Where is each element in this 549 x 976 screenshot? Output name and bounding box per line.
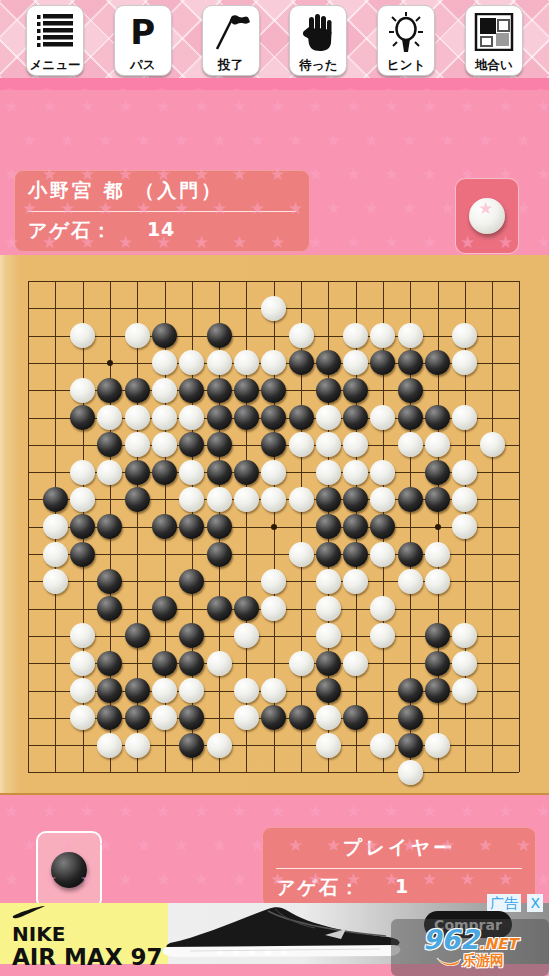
ad-shoe-image	[150, 899, 410, 965]
black-stone	[425, 350, 450, 375]
star-decoration: ★	[80, 801, 95, 821]
grid-line-vertical	[519, 281, 520, 772]
go-board[interactable]	[0, 255, 549, 795]
player-panel-divider	[276, 868, 522, 869]
star-decoration: ★	[4, 869, 19, 889]
star-decoration: ★	[232, 869, 247, 889]
star-decoration: ★	[536, 96, 549, 116]
black-stone	[234, 596, 259, 621]
white-stone	[289, 487, 314, 512]
opponent-white-stone	[469, 198, 505, 234]
star-decoration: ★	[288, 130, 303, 150]
star-decoration: ★	[80, 96, 95, 116]
black-stone	[234, 405, 259, 430]
star-decoration: ★	[384, 801, 399, 821]
white-stone	[452, 405, 477, 430]
star-decoration: ★	[308, 96, 323, 116]
white-stone	[207, 487, 232, 512]
star-decoration: ★	[270, 801, 285, 821]
white-stone	[370, 596, 395, 621]
white-stone	[207, 350, 232, 375]
black-stone	[207, 378, 232, 403]
black-stone	[425, 623, 450, 648]
black-stone	[398, 705, 423, 730]
ad-brand-panel: NIKE AIR MAX 97	[0, 903, 168, 964]
white-stone	[316, 432, 341, 457]
white-stone	[70, 705, 95, 730]
star-decoration: ★	[174, 835, 189, 855]
black-stone	[43, 487, 68, 512]
white-stone	[179, 460, 204, 485]
black-stone	[343, 542, 368, 567]
grid-line-vertical	[492, 281, 493, 772]
star-decoration: ★	[364, 130, 379, 150]
star-decoration: ★	[60, 130, 75, 150]
white-stone	[261, 569, 286, 594]
star-decoration: ★	[4, 96, 19, 116]
white-stone	[480, 432, 505, 457]
star-decoration: ★	[156, 869, 171, 889]
white-stone	[152, 432, 177, 457]
star-decoration: ★	[402, 198, 417, 218]
opponent-stone-tray	[455, 178, 519, 254]
black-stone	[152, 514, 177, 539]
black-stone	[152, 651, 177, 676]
black-stone	[425, 678, 450, 703]
black-stone	[179, 569, 204, 594]
black-stone	[179, 733, 204, 758]
star-point	[107, 360, 113, 366]
black-stone	[125, 623, 150, 648]
white-stone	[97, 405, 122, 430]
star-decoration: ★	[384, 96, 399, 116]
menu-button-label: メニュー	[30, 57, 81, 72]
white-stone	[70, 623, 95, 648]
white-stone	[70, 678, 95, 703]
white-stone	[425, 733, 450, 758]
white-stone	[425, 432, 450, 457]
black-stone	[316, 651, 341, 676]
opponent-panel: 小野宮 都 （入門） アゲ石： 14	[14, 170, 310, 252]
black-stone	[370, 514, 395, 539]
star-decoration: ★	[232, 96, 247, 116]
white-stone	[234, 623, 259, 648]
white-stone	[125, 323, 150, 348]
star-decoration: ★	[422, 232, 437, 252]
pass-icon: P	[115, 6, 171, 57]
star-decoration: ★	[250, 130, 265, 150]
star-decoration: ★	[384, 164, 399, 184]
black-stone	[289, 705, 314, 730]
ad-banner[interactable]: NIKE AIR MAX 97 广告 X Comprar 962 .NET 乐游…	[0, 903, 549, 964]
opponent-captures-count: 14	[147, 218, 175, 244]
opponent-panel-divider	[28, 211, 296, 212]
white-stone	[70, 487, 95, 512]
black-stone	[207, 596, 232, 621]
star-decoration: ★	[460, 96, 475, 116]
black-stone	[398, 405, 423, 430]
black-stone	[207, 323, 232, 348]
white-stone	[261, 596, 286, 621]
white-stone	[152, 678, 177, 703]
black-stone	[207, 405, 232, 430]
star-decoration: ★	[346, 164, 361, 184]
black-stone	[125, 705, 150, 730]
black-stone	[97, 705, 122, 730]
black-stone	[97, 569, 122, 594]
black-stone	[97, 596, 122, 621]
grid-line-horizontal	[28, 772, 519, 773]
territory-button[interactable]: 地合い	[465, 5, 523, 76]
ad-close-button[interactable]: X	[527, 894, 543, 912]
white-stone	[289, 432, 314, 457]
black-stone	[152, 460, 177, 485]
white-stone	[343, 432, 368, 457]
star-decoration: ★	[118, 801, 133, 821]
star-point	[435, 524, 441, 530]
white-stone	[43, 514, 68, 539]
star-decoration: ★	[326, 130, 341, 150]
white-stone	[70, 323, 95, 348]
nike-swoosh-icon	[12, 906, 46, 920]
white-stone	[70, 651, 95, 676]
white-stone	[452, 487, 477, 512]
white-stone	[289, 323, 314, 348]
player-captures-count: 1	[395, 875, 409, 901]
white-stone	[179, 350, 204, 375]
white-stone	[370, 733, 395, 758]
white-stone	[43, 569, 68, 594]
star-decoration: ★	[156, 96, 171, 116]
black-stone	[125, 378, 150, 403]
player-panel: プレイヤー アゲ石： 1	[262, 827, 536, 903]
resign-flag-icon	[203, 6, 259, 57]
star-decoration: ★	[156, 801, 171, 821]
white-stone	[370, 405, 395, 430]
black-stone	[398, 378, 423, 403]
star-decoration: ★	[516, 130, 531, 150]
star-decoration: ★	[42, 801, 57, 821]
black-stone	[398, 487, 423, 512]
star-decoration: ★	[346, 232, 361, 252]
logo-swoosh-icon	[436, 956, 462, 966]
black-stone	[179, 651, 204, 676]
black-stone	[343, 405, 368, 430]
territory-button-label: 地合い	[475, 57, 513, 72]
star-decoration: ★	[308, 232, 323, 252]
star-decoration: ★	[498, 96, 513, 116]
star-decoration: ★	[402, 130, 417, 150]
star-decoration: ★	[364, 198, 379, 218]
white-stone	[343, 569, 368, 594]
black-stone	[425, 460, 450, 485]
black-stone	[97, 678, 122, 703]
black-stone	[316, 487, 341, 512]
territory-icon	[466, 6, 522, 57]
black-stone	[70, 514, 95, 539]
white-stone	[207, 733, 232, 758]
white-stone	[343, 460, 368, 485]
white-stone	[234, 350, 259, 375]
opponent-captures-label: アゲ石：	[28, 218, 113, 244]
white-stone	[125, 432, 150, 457]
white-stone	[43, 542, 68, 567]
white-stone	[234, 678, 259, 703]
black-stone	[316, 542, 341, 567]
star-decoration: ★	[22, 130, 37, 150]
white-stone	[261, 487, 286, 512]
star-decoration: ★	[4, 801, 19, 821]
white-stone	[452, 460, 477, 485]
star-decoration: ★	[326, 198, 341, 218]
star-decoration: ★	[498, 801, 513, 821]
star-decoration: ★	[212, 130, 227, 150]
star-decoration: ★	[194, 96, 209, 116]
white-stone	[452, 623, 477, 648]
undo-hand-icon	[290, 6, 346, 57]
white-stone	[316, 405, 341, 430]
white-stone	[452, 678, 477, 703]
black-stone	[425, 405, 450, 430]
star-decoration: ★	[118, 96, 133, 116]
white-stone	[452, 651, 477, 676]
star-decoration: ★	[270, 96, 285, 116]
player-stone-tray	[36, 831, 102, 903]
star-decoration: ★	[384, 232, 399, 252]
black-stone	[207, 460, 232, 485]
black-stone	[343, 487, 368, 512]
star-point	[271, 524, 277, 530]
white-stone	[289, 651, 314, 676]
black-stone	[207, 542, 232, 567]
logo-net-text: .NET	[479, 935, 518, 953]
undo-button[interactable]: 待った	[289, 5, 347, 76]
white-stone	[452, 323, 477, 348]
star-decoration: ★	[232, 801, 247, 821]
star-decoration: ★	[536, 869, 549, 889]
white-stone	[152, 350, 177, 375]
star-decoration: ★	[118, 869, 133, 889]
white-stone	[452, 514, 477, 539]
star-decoration: ★	[136, 835, 151, 855]
white-stone	[179, 405, 204, 430]
white-stone	[97, 460, 122, 485]
white-stone	[316, 623, 341, 648]
star-decoration: ★	[346, 801, 361, 821]
star-decoration: ★	[536, 164, 549, 184]
white-stone	[316, 596, 341, 621]
ad-brand-line2: AIR MAX 97	[12, 945, 168, 969]
black-stone	[261, 432, 286, 457]
white-stone	[398, 760, 423, 785]
black-stone	[289, 350, 314, 375]
white-stone	[152, 705, 177, 730]
star-decoration: ★	[136, 130, 151, 150]
menu-button[interactable]: メニュー	[26, 5, 84, 76]
white-stone	[398, 323, 423, 348]
black-stone	[97, 514, 122, 539]
white-stone	[234, 487, 259, 512]
black-stone	[289, 405, 314, 430]
white-stone	[125, 733, 150, 758]
player-band: プレイヤー アゲ石： 1 ★★★★★★★★★★★★★★★★★★★★★★★★★★★…	[0, 795, 549, 903]
white-stone	[179, 487, 204, 512]
white-stone	[261, 296, 286, 321]
resign-button-label: 投了	[218, 57, 243, 72]
white-stone	[261, 350, 286, 375]
opponent-name: 小野宮 都 （入門）	[28, 178, 296, 204]
black-stone	[152, 596, 177, 621]
black-stone	[179, 705, 204, 730]
white-stone	[289, 542, 314, 567]
ad-tag: 广告	[487, 894, 521, 912]
toolbar: メニュー P パス 投了 待った	[0, 0, 549, 78]
menu-icon	[27, 6, 83, 57]
star-decoration: ★	[22, 835, 37, 855]
star-decoration: ★	[536, 232, 549, 252]
star-decoration: ★	[212, 835, 227, 855]
black-stone	[125, 487, 150, 512]
black-stone	[316, 678, 341, 703]
white-stone	[316, 569, 341, 594]
star-decoration: ★	[42, 96, 57, 116]
star-decoration: ★	[422, 164, 437, 184]
white-stone	[261, 460, 286, 485]
logo-962-text: 962	[422, 927, 478, 953]
black-stone	[97, 378, 122, 403]
black-stone	[398, 542, 423, 567]
star-decoration: ★	[422, 801, 437, 821]
white-stone	[452, 350, 477, 375]
star-decoration: ★	[308, 801, 323, 821]
white-stone	[398, 569, 423, 594]
black-stone	[398, 678, 423, 703]
white-stone	[97, 733, 122, 758]
black-stone	[125, 460, 150, 485]
white-stone	[370, 623, 395, 648]
black-stone	[179, 378, 204, 403]
black-stone	[343, 378, 368, 403]
ad-brand-line1: NIKE	[12, 924, 168, 945]
black-stone	[234, 378, 259, 403]
black-stone	[425, 651, 450, 676]
white-stone	[316, 460, 341, 485]
star-decoration: ★	[346, 96, 361, 116]
black-stone	[97, 651, 122, 676]
black-stone	[261, 378, 286, 403]
black-stone	[343, 705, 368, 730]
star-decoration: ★	[536, 801, 549, 821]
black-stone	[316, 378, 341, 403]
white-stone	[316, 733, 341, 758]
black-stone	[97, 432, 122, 457]
white-stone	[343, 323, 368, 348]
white-stone	[234, 705, 259, 730]
black-stone	[398, 733, 423, 758]
black-stone	[261, 405, 286, 430]
black-stone	[152, 323, 177, 348]
hint-button[interactable]: ヒント	[377, 5, 435, 76]
white-stone	[343, 350, 368, 375]
white-stone	[370, 323, 395, 348]
pass-button[interactable]: P パス	[114, 5, 172, 76]
white-stone	[370, 542, 395, 567]
opponent-band: 小野宮 都 （入門） アゲ石： 14 ★★★★★★★★★★★★★★★★★★★★★…	[0, 90, 549, 255]
black-stone	[425, 487, 450, 512]
black-stone	[179, 432, 204, 457]
black-stone	[179, 623, 204, 648]
black-stone	[316, 514, 341, 539]
player-name: プレイヤー	[276, 835, 522, 861]
black-stone	[70, 405, 95, 430]
star-decoration: ★	[440, 130, 455, 150]
white-stone	[343, 651, 368, 676]
pass-button-label: パス	[130, 57, 156, 72]
star-decoration: ★	[194, 869, 209, 889]
black-stone	[179, 514, 204, 539]
hint-bulb-icon	[378, 6, 434, 57]
white-stone	[370, 460, 395, 485]
star-decoration: ★	[308, 164, 323, 184]
white-stone	[70, 378, 95, 403]
black-stone	[261, 705, 286, 730]
undo-button-label: 待った	[299, 57, 337, 72]
black-stone	[207, 514, 232, 539]
white-stone	[316, 705, 341, 730]
black-stone	[234, 460, 259, 485]
logo-leyou-text: 乐游网	[462, 953, 504, 968]
white-stone	[261, 678, 286, 703]
white-stone	[425, 542, 450, 567]
white-stone	[370, 487, 395, 512]
black-stone	[343, 514, 368, 539]
star-decoration: ★	[98, 130, 113, 150]
black-stone	[125, 678, 150, 703]
white-stone	[425, 569, 450, 594]
player-black-stone	[51, 852, 87, 888]
white-stone	[398, 432, 423, 457]
white-stone	[152, 405, 177, 430]
black-stone	[316, 350, 341, 375]
star-decoration: ★	[440, 198, 455, 218]
black-stone	[207, 432, 232, 457]
white-stone	[207, 651, 232, 676]
player-captures-label: アゲ石：	[276, 875, 361, 901]
resign-button[interactable]: 投了	[202, 5, 260, 76]
hint-button-label: ヒント	[387, 57, 425, 72]
white-stone	[70, 460, 95, 485]
white-stone	[125, 405, 150, 430]
black-stone	[70, 542, 95, 567]
star-decoration: ★	[194, 801, 209, 821]
watermark-logo: 962 .NET 乐游网	[391, 919, 549, 976]
white-stone	[152, 378, 177, 403]
black-stone	[370, 350, 395, 375]
white-stone	[179, 678, 204, 703]
black-stone	[398, 350, 423, 375]
pink-divider-strip-top: ★★★★★★★★★★★★★★★	[0, 78, 549, 90]
star-decoration: ★	[460, 801, 475, 821]
star-decoration: ★	[174, 130, 189, 150]
star-decoration: ★	[478, 130, 493, 150]
star-decoration: ★	[422, 96, 437, 116]
